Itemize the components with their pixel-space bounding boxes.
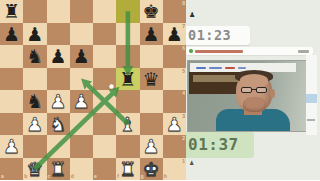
square-d7[interactable] — [70, 23, 93, 46]
square-c1[interactable]: ♜c — [47, 158, 70, 181]
square-d4[interactable]: ♟ — [70, 90, 93, 113]
piece-bQ: ♛ — [140, 68, 163, 91]
square-f6[interactable] — [116, 45, 139, 68]
square-d3[interactable] — [70, 113, 93, 136]
square-g5[interactable]: ♛ — [140, 68, 163, 91]
square-a4[interactable] — [0, 90, 23, 113]
banner-text-blurred — [225, 67, 235, 69]
square-d6[interactable]: ♟ — [70, 45, 93, 68]
square-e6[interactable] — [93, 45, 116, 68]
square-b1[interactable]: ♛b — [23, 158, 46, 181]
square-e5[interactable] — [93, 68, 116, 91]
square-c6[interactable]: ♟ — [47, 45, 70, 68]
square-a7[interactable]: ♟ — [0, 23, 23, 46]
square-g3[interactable] — [140, 113, 163, 136]
square-e7[interactable] — [93, 23, 116, 46]
online-indicator-icon — [189, 49, 193, 53]
streamer-forehead — [240, 74, 268, 86]
square-f3[interactable]: ♝ — [116, 113, 139, 136]
piece-wB: ♝ — [116, 113, 139, 136]
square-h6[interactable]: 6 — [163, 45, 186, 68]
captured-pieces-bottom: ♟ — [189, 160, 194, 166]
square-g1[interactable]: ♚g — [140, 158, 163, 181]
square-d1[interactable]: d — [70, 158, 93, 181]
square-c5[interactable] — [47, 68, 70, 91]
chess-board[interactable]: ♜♚8♟♟♟♟7♞♟♟6♜♛5♞♟♟4♟♞♝♟3♟♟2a♛b♜cde♜f♚g1h — [0, 0, 186, 180]
square-e3[interactable] — [93, 113, 116, 136]
rank-label-5: 5 — [182, 69, 185, 74]
square-b6[interactable]: ♞ — [23, 45, 46, 68]
file-label-b: b — [24, 174, 27, 179]
last-move-highlight — [116, 0, 139, 23]
opponent-name-blurred — [195, 50, 243, 53]
file-label-f: f — [117, 174, 119, 179]
file-label-g: g — [141, 174, 144, 179]
rank-label-1: 1 — [182, 159, 185, 164]
rank-label-3: 3 — [182, 114, 185, 119]
square-b7[interactable]: ♟ — [23, 23, 46, 46]
glasses-left-lens — [241, 87, 252, 93]
square-c7[interactable] — [47, 23, 70, 46]
square-f2[interactable] — [116, 135, 139, 158]
rank-label-2: 2 — [182, 136, 185, 141]
streamer-hand — [243, 97, 266, 112]
square-f8[interactable] — [116, 0, 139, 23]
file-label-c: c — [48, 174, 51, 179]
stream-frame: ♜♚8♟♟♟♟7♞♟♟6♜♛5♞♟♟4♟♞♝♟3♟♟2a♛b♜cde♜f♚g1h… — [0, 0, 320, 180]
square-c2[interactable] — [47, 135, 70, 158]
square-g7[interactable]: ♟ — [140, 23, 163, 46]
piece-bK: ♚ — [140, 0, 163, 23]
banner-text-blurred — [209, 67, 222, 69]
streamer-ear — [270, 89, 275, 98]
square-a3[interactable] — [0, 113, 23, 136]
square-a8[interactable]: ♜ — [0, 0, 23, 23]
square-h5[interactable]: 5 — [163, 68, 186, 91]
glasses-bridge — [252, 89, 256, 90]
move-text-blurred — [307, 119, 315, 121]
square-b4[interactable]: ♞ — [23, 90, 46, 113]
piece-bN: ♞ — [23, 90, 46, 113]
square-b3[interactable]: ♟ — [23, 113, 46, 136]
file-label-d: d — [71, 174, 74, 179]
square-g6[interactable] — [140, 45, 163, 68]
piece-bP: ♟ — [47, 45, 70, 68]
banner-text-blurred — [238, 67, 246, 69]
opponent-clock: 01:23 — [186, 26, 250, 45]
square-h1[interactable]: 1h — [163, 158, 186, 181]
square-f1[interactable]: ♜f — [116, 158, 139, 181]
square-f4[interactable] — [116, 90, 139, 113]
square-h7[interactable]: ♟7 — [163, 23, 186, 46]
square-c4[interactable]: ♟ — [47, 90, 70, 113]
piece-wP: ♟ — [140, 135, 163, 158]
square-f5[interactable]: ♜ — [116, 68, 139, 91]
piece-wN: ♞ — [47, 113, 70, 136]
piece-wR: ♜ — [116, 158, 139, 181]
rank-label-6: 6 — [182, 46, 185, 51]
piece-bN: ♞ — [23, 45, 46, 68]
square-d5[interactable] — [70, 68, 93, 91]
square-d8[interactable] — [70, 0, 93, 23]
square-g4[interactable] — [140, 90, 163, 113]
square-a5[interactable] — [0, 68, 23, 91]
square-e4[interactable] — [93, 90, 116, 113]
rank-label-8: 8 — [182, 1, 185, 6]
square-c8[interactable] — [47, 0, 70, 23]
file-label-a: a — [1, 174, 4, 179]
square-b8[interactable] — [23, 0, 46, 23]
square-a1[interactable]: a — [0, 158, 23, 181]
square-h4[interactable]: 4 — [163, 90, 186, 113]
banner-text-blurred — [196, 67, 206, 69]
file-label-e: e — [94, 174, 97, 179]
file-label-h: h — [164, 174, 167, 179]
square-h8[interactable]: 8 — [163, 0, 186, 23]
square-g8[interactable]: ♚ — [140, 0, 163, 23]
square-a6[interactable] — [0, 45, 23, 68]
rank-label-4: 4 — [182, 91, 185, 96]
piece-bR: ♜ — [116, 68, 139, 91]
move-list-strip[interactable] — [306, 55, 317, 135]
piece-bP: ♟ — [140, 23, 163, 46]
square-c3[interactable]: ♞ — [47, 113, 70, 136]
square-h2[interactable]: 2 — [163, 135, 186, 158]
glasses-icon — [240, 87, 270, 95]
square-d2[interactable] — [70, 135, 93, 158]
square-b2[interactable] — [23, 135, 46, 158]
square-b5[interactable] — [23, 68, 46, 91]
webcam-view — [188, 61, 306, 131]
opponent-player-bar[interactable] — [186, 47, 313, 55]
square-e2[interactable] — [93, 135, 116, 158]
square-f7[interactable] — [116, 23, 139, 46]
square-e8[interactable] — [93, 0, 116, 23]
square-e1[interactable]: e — [93, 158, 116, 181]
piece-bP: ♟ — [70, 45, 93, 68]
piece-wP: ♟ — [47, 90, 70, 113]
game-sidebar: ♟ 01:23 — [186, 0, 320, 180]
player-clock: 01:37 — [186, 132, 254, 158]
square-a2[interactable]: ♟ — [0, 135, 23, 158]
piece-wP: ♟ — [0, 135, 23, 158]
glasses-right-lens — [256, 87, 267, 93]
player-clock-time: 01:37 — [188, 135, 239, 154]
current-move-highlight — [306, 94, 317, 103]
opponent-clock-time: 01:23 — [188, 27, 231, 43]
piece-bP: ♟ — [23, 23, 46, 46]
square-h3[interactable]: ♟3 — [163, 113, 186, 136]
rank-label-7: 7 — [182, 24, 185, 29]
piece-bR: ♜ — [0, 0, 23, 23]
piece-wP: ♟ — [23, 113, 46, 136]
piece-bP: ♟ — [0, 23, 23, 46]
captured-pieces-top: ♟ — [189, 12, 195, 19]
opponent-rating-blurred — [298, 50, 309, 53]
square-g2[interactable]: ♟ — [140, 135, 163, 158]
piece-wP: ♟ — [70, 90, 93, 113]
